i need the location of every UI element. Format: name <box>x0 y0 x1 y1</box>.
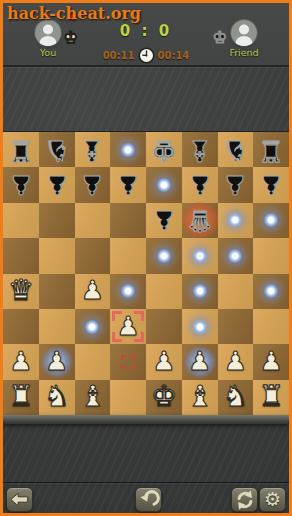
square-b8[interactable]: ♞ <box>39 132 75 167</box>
square-e5[interactable] <box>146 238 182 273</box>
square-a7[interactable]: ♟ <box>3 167 39 202</box>
square-g3[interactable] <box>218 309 254 344</box>
piece-white-knight[interactable]: ♞ <box>44 382 70 411</box>
square-b5[interactable] <box>39 238 75 273</box>
piece-black-knight[interactable]: ♞ <box>222 135 248 164</box>
square-h3[interactable] <box>253 309 289 344</box>
piece-black-pawn[interactable]: ♟ <box>224 172 247 198</box>
square-f2[interactable]: ♟ <box>182 344 218 379</box>
watermark: hack-cheat.org <box>7 4 141 23</box>
square-a2[interactable]: ♟ <box>3 344 39 379</box>
square-a8[interactable]: ♜ <box>3 132 39 167</box>
piece-white-pawn[interactable]: ♟ <box>188 348 211 374</box>
square-c2[interactable] <box>75 344 111 379</box>
move-hint-dot[interactable] <box>192 319 207 334</box>
square-g7[interactable]: ♟ <box>218 167 254 202</box>
last-move-from-marker <box>121 355 135 369</box>
square-h6[interactable] <box>253 203 289 238</box>
square-f7[interactable]: ♟ <box>182 167 218 202</box>
undo-icon <box>138 489 160 511</box>
piece-white-rook[interactable]: ♜ <box>258 382 284 411</box>
score: 0 : 0 <box>96 22 196 40</box>
piece-black-bishop[interactable]: ♝ <box>187 135 213 164</box>
top-bar: hack-cheat.org You ⚑ ♚ 0 : 0 00:11 00:14 <box>3 3 289 67</box>
person-icon <box>231 20 257 46</box>
square-e6[interactable]: ♟ <box>146 203 182 238</box>
move-hint-dot[interactable] <box>121 142 136 157</box>
last-move-to-marker <box>134 311 144 321</box>
square-d7[interactable]: ♟ <box>110 167 146 202</box>
piece-white-pawn[interactable]: ♟ <box>259 348 282 374</box>
piece-white-pawn[interactable]: ♟ <box>81 278 104 304</box>
move-hint-dot[interactable] <box>121 284 136 299</box>
player-you-name: You <box>28 47 68 58</box>
square-e8[interactable]: ♚ <box>146 132 182 167</box>
square-c6[interactable] <box>75 203 111 238</box>
square-e2[interactable]: ♟ <box>146 344 182 379</box>
piece-white-knight[interactable]: ♞ <box>222 382 248 411</box>
square-c8[interactable]: ♝ <box>75 132 111 167</box>
square-a5[interactable] <box>3 238 39 273</box>
square-a1[interactable]: ♜ <box>3 380 39 415</box>
move-hint-dot[interactable] <box>228 248 243 263</box>
rotate-icon <box>234 489 256 511</box>
piece-black-knight[interactable]: ♞ <box>44 135 70 164</box>
square-h5[interactable] <box>253 238 289 273</box>
square-h2[interactable]: ♟ <box>253 344 289 379</box>
square-d6[interactable] <box>110 203 146 238</box>
person-icon <box>35 20 61 46</box>
square-c3[interactable] <box>75 309 111 344</box>
piece-black-pawn[interactable]: ♟ <box>116 172 139 198</box>
square-b4[interactable] <box>39 274 75 309</box>
settings-button[interactable]: ⚙ <box>259 487 286 512</box>
square-g1[interactable]: ♞ <box>218 380 254 415</box>
square-d1[interactable] <box>110 380 146 415</box>
square-b6[interactable] <box>39 203 75 238</box>
piece-white-king[interactable]: ♚ <box>151 382 177 411</box>
avatar-you[interactable] <box>35 20 61 46</box>
clock-icon <box>138 47 155 64</box>
square-h8[interactable]: ♜ <box>253 132 289 167</box>
piece-black-king[interactable]: ♚ <box>151 135 177 164</box>
back-button[interactable] <box>6 487 33 512</box>
square-h7[interactable]: ♟ <box>253 167 289 202</box>
piece-black-rook[interactable]: ♜ <box>8 135 34 164</box>
move-hint-dot[interactable] <box>85 319 100 334</box>
gear-icon: ⚙ <box>264 490 281 509</box>
square-h4[interactable] <box>253 274 289 309</box>
square-h1[interactable]: ♜ <box>253 380 289 415</box>
piece-black-pawn[interactable]: ♟ <box>259 172 282 198</box>
bottom-toolbar: ⚙ <box>3 482 289 513</box>
square-f4[interactable] <box>182 274 218 309</box>
square-g4[interactable] <box>218 274 254 309</box>
piece-white-pawn[interactable]: ♟ <box>9 348 32 374</box>
piece-black-pawn[interactable]: ♟ <box>188 172 211 198</box>
square-c7[interactable]: ♟ <box>75 167 111 202</box>
piece-black-pawn[interactable]: ♟ <box>45 172 68 198</box>
piece-white-rook[interactable]: ♜ <box>8 382 34 411</box>
square-g5[interactable] <box>218 238 254 273</box>
undo-button[interactable] <box>135 487 162 512</box>
square-e4[interactable] <box>146 274 182 309</box>
player-friend-name: Friend <box>224 47 264 58</box>
your-timer: 00:11 <box>103 50 135 61</box>
move-hint-dot[interactable] <box>192 284 207 299</box>
square-d4[interactable] <box>110 274 146 309</box>
last-move-to-marker <box>112 332 122 342</box>
board-bezel <box>3 415 289 424</box>
square-g6[interactable] <box>218 203 254 238</box>
square-c4[interactable]: ♟ <box>75 274 111 309</box>
last-move-to-marker <box>134 332 144 342</box>
white-king-icon: ♚ <box>63 29 78 46</box>
piece-white-pawn[interactable]: ♟ <box>152 348 175 374</box>
square-g2[interactable]: ♟ <box>218 344 254 379</box>
piece-black-queen[interactable]: ♛ <box>187 206 213 235</box>
piece-white-bishop[interactable]: ♝ <box>79 382 105 411</box>
square-g8[interactable]: ♞ <box>218 132 254 167</box>
last-move-to-marker <box>112 311 122 321</box>
square-b7[interactable]: ♟ <box>39 167 75 202</box>
square-a6[interactable] <box>3 203 39 238</box>
piece-black-pawn[interactable]: ♟ <box>152 207 175 233</box>
piece-black-pawn[interactable]: ♟ <box>81 172 104 198</box>
square-f8[interactable]: ♝ <box>182 132 218 167</box>
square-e7[interactable] <box>146 167 182 202</box>
square-e1[interactable]: ♚ <box>146 380 182 415</box>
move-hint-dot[interactable] <box>156 248 171 263</box>
chess-board[interactable]: ♜♞♝♚♝♞♜♟♟♟♟♟♟♟♟♛♛♟♟♟♟♟♟♟♟♜♞♝♚♝♞♜ <box>3 131 289 415</box>
square-f6[interactable]: ♛ <box>182 203 218 238</box>
piece-white-pawn[interactable]: ♟ <box>45 348 68 374</box>
square-d3[interactable]: ♟ <box>110 309 146 344</box>
square-b2[interactable]: ♟ <box>39 344 75 379</box>
square-d2[interactable] <box>110 344 146 379</box>
move-hint-dot[interactable] <box>264 284 279 299</box>
square-f1[interactable]: ♝ <box>182 380 218 415</box>
black-king-icon: ♚ <box>212 29 227 46</box>
piece-black-bishop[interactable]: ♝ <box>79 135 105 164</box>
square-c5[interactable] <box>75 238 111 273</box>
square-e3[interactable] <box>146 309 182 344</box>
piece-black-rook[interactable]: ♜ <box>258 135 284 164</box>
square-a4[interactable]: ♛ <box>3 274 39 309</box>
piece-white-queen[interactable]: ♛ <box>8 276 34 305</box>
rotate-button[interactable] <box>231 487 258 512</box>
square-f3[interactable] <box>182 309 218 344</box>
square-b1[interactable]: ♞ <box>39 380 75 415</box>
square-c1[interactable]: ♝ <box>75 380 111 415</box>
piece-white-bishop[interactable]: ♝ <box>187 382 213 411</box>
timers: 00:11 00:14 <box>91 45 201 65</box>
friend-timer: 00:14 <box>158 50 190 61</box>
move-hint-dot[interactable] <box>264 213 279 228</box>
square-f5[interactable] <box>182 238 218 273</box>
app-window: hack-cheat.org You ⚑ ♚ 0 : 0 00:11 00:14 <box>0 0 292 516</box>
move-hint-dot[interactable] <box>156 178 171 193</box>
move-hint-dot[interactable] <box>192 248 207 263</box>
square-d8[interactable] <box>110 132 146 167</box>
avatar-friend[interactable] <box>231 20 257 46</box>
square-d5[interactable] <box>110 238 146 273</box>
square-a3[interactable] <box>3 309 39 344</box>
square-b3[interactable] <box>39 309 75 344</box>
back-arrow-icon <box>8 489 31 510</box>
move-hint-dot[interactable] <box>228 213 243 228</box>
piece-black-pawn[interactable]: ♟ <box>9 172 32 198</box>
piece-white-pawn[interactable]: ♟ <box>224 348 247 374</box>
